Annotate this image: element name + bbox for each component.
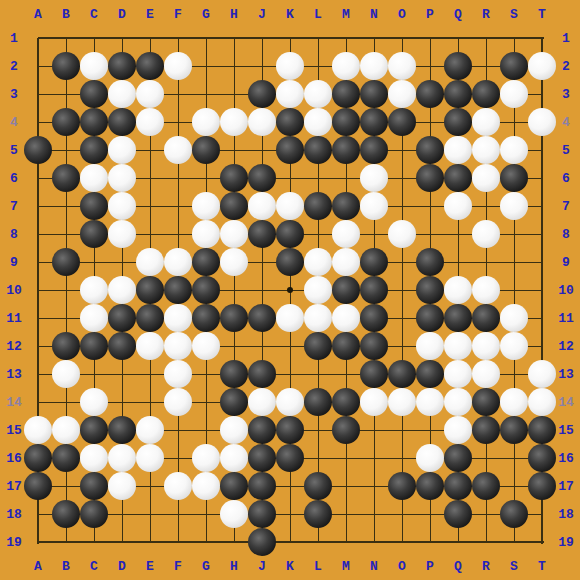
column-label-bottom: M (342, 559, 350, 574)
black-stone-B18[interactable] (52, 500, 80, 528)
white-stone-E16[interactable] (136, 444, 164, 472)
black-stone-L12[interactable] (304, 332, 332, 360)
white-stone-C6[interactable] (80, 164, 108, 192)
white-stone-P12[interactable] (416, 332, 444, 360)
white-stone-F17[interactable] (164, 472, 192, 500)
white-stone-H16[interactable] (220, 444, 248, 472)
white-stone-D7[interactable] (108, 192, 136, 220)
black-stone-N4[interactable] (360, 108, 388, 136)
black-stone-H17[interactable] (220, 472, 248, 500)
row-label-left: 13 (6, 367, 22, 382)
white-stone-R10[interactable] (472, 276, 500, 304)
black-stone-N12[interactable] (360, 332, 388, 360)
row-label-left: 1 (10, 31, 18, 46)
black-stone-P9[interactable] (416, 248, 444, 276)
black-stone-D11[interactable] (108, 304, 136, 332)
row-label-left: 14 (6, 395, 22, 410)
white-stone-G17[interactable] (192, 472, 220, 500)
row-label-right: 17 (558, 479, 574, 494)
black-stone-C5[interactable] (80, 136, 108, 164)
row-label-left: 17 (6, 479, 22, 494)
white-stone-Q5[interactable] (444, 136, 472, 164)
row-label-right: 2 (562, 59, 570, 74)
black-stone-J15[interactable] (248, 416, 276, 444)
black-stone-O17[interactable] (388, 472, 416, 500)
white-stone-E3[interactable] (136, 80, 164, 108)
white-stone-E15[interactable] (136, 416, 164, 444)
black-stone-C8[interactable] (80, 220, 108, 248)
row-label-left: 7 (10, 199, 18, 214)
white-stone-D16[interactable] (108, 444, 136, 472)
white-stone-R13[interactable] (472, 360, 500, 388)
white-stone-H4[interactable] (220, 108, 248, 136)
black-stone-N10[interactable] (360, 276, 388, 304)
black-stone-D2[interactable] (108, 52, 136, 80)
go-board[interactable]: AABBCCDDEEFFGGHHJJKKLLMMNNOOPPQQRRSSTT11… (0, 0, 580, 580)
grid-line-horizontal (38, 541, 544, 543)
white-stone-T13[interactable] (528, 360, 556, 388)
white-stone-J4[interactable] (248, 108, 276, 136)
white-stone-S11[interactable] (500, 304, 528, 332)
row-label-right: 3 (562, 87, 570, 102)
row-label-left: 8 (10, 227, 18, 242)
black-stone-L18[interactable] (304, 500, 332, 528)
black-stone-P6[interactable] (416, 164, 444, 192)
white-stone-K11[interactable] (276, 304, 304, 332)
row-label-left: 15 (6, 423, 22, 438)
white-stone-Q7[interactable] (444, 192, 472, 220)
black-stone-C18[interactable] (80, 500, 108, 528)
column-label-bottom: A (34, 559, 42, 574)
white-stone-G7[interactable] (192, 192, 220, 220)
white-stone-R8[interactable] (472, 220, 500, 248)
black-stone-J18[interactable] (248, 500, 276, 528)
black-stone-C17[interactable] (80, 472, 108, 500)
column-label-bottom: T (538, 559, 546, 574)
column-label-bottom: S (510, 559, 518, 574)
column-label-bottom: J (258, 559, 266, 574)
black-stone-Q17[interactable] (444, 472, 472, 500)
black-stone-A5[interactable] (24, 136, 52, 164)
black-stone-P5[interactable] (416, 136, 444, 164)
black-stone-R15[interactable] (472, 416, 500, 444)
row-label-right: 19 (558, 535, 574, 550)
black-stone-J3[interactable] (248, 80, 276, 108)
white-stone-K7[interactable] (276, 192, 304, 220)
black-stone-S2[interactable] (500, 52, 528, 80)
white-stone-M11[interactable] (332, 304, 360, 332)
white-stone-F5[interactable] (164, 136, 192, 164)
column-label-bottom: D (118, 559, 126, 574)
black-stone-C12[interactable] (80, 332, 108, 360)
black-stone-K9[interactable] (276, 248, 304, 276)
white-stone-Q12[interactable] (444, 332, 472, 360)
row-label-left: 16 (6, 451, 22, 466)
column-label-top: T (538, 7, 546, 22)
black-stone-A16[interactable] (24, 444, 52, 472)
white-stone-F12[interactable] (164, 332, 192, 360)
black-stone-N9[interactable] (360, 248, 388, 276)
white-stone-R6[interactable] (472, 164, 500, 192)
white-stone-K2[interactable] (276, 52, 304, 80)
white-stone-H15[interactable] (220, 416, 248, 444)
black-stone-P13[interactable] (416, 360, 444, 388)
black-stone-H13[interactable] (220, 360, 248, 388)
black-stone-C3[interactable] (80, 80, 108, 108)
black-stone-H14[interactable] (220, 388, 248, 416)
white-stone-L3[interactable] (304, 80, 332, 108)
black-stone-K8[interactable] (276, 220, 304, 248)
black-stone-J8[interactable] (248, 220, 276, 248)
column-label-bottom: N (370, 559, 378, 574)
row-label-left: 19 (6, 535, 22, 550)
row-label-right: 9 (562, 255, 570, 270)
black-stone-L17[interactable] (304, 472, 332, 500)
black-stone-Q6[interactable] (444, 164, 472, 192)
black-stone-C7[interactable] (80, 192, 108, 220)
black-stone-R14[interactable] (472, 388, 500, 416)
black-stone-E11[interactable] (136, 304, 164, 332)
black-stone-M4[interactable] (332, 108, 360, 136)
row-label-right: 7 (562, 199, 570, 214)
black-stone-Q16[interactable] (444, 444, 472, 472)
row-label-left: 10 (6, 283, 22, 298)
black-stone-N13[interactable] (360, 360, 388, 388)
white-stone-S14[interactable] (500, 388, 528, 416)
hoshi-point (287, 287, 293, 293)
column-label-bottom: Q (454, 559, 462, 574)
row-label-left: 9 (10, 255, 18, 270)
column-label-bottom: B (62, 559, 70, 574)
black-stone-T15[interactable] (528, 416, 556, 444)
white-stone-E9[interactable] (136, 248, 164, 276)
black-stone-K16[interactable] (276, 444, 304, 472)
white-stone-S5[interactable] (500, 136, 528, 164)
white-stone-E4[interactable] (136, 108, 164, 136)
column-label-bottom: G (202, 559, 210, 574)
column-label-top: H (230, 7, 238, 22)
white-stone-F14[interactable] (164, 388, 192, 416)
black-stone-P10[interactable] (416, 276, 444, 304)
black-stone-L7[interactable] (304, 192, 332, 220)
white-stone-D6[interactable] (108, 164, 136, 192)
black-stone-P3[interactable] (416, 80, 444, 108)
column-label-top: G (202, 7, 210, 22)
white-stone-Q15[interactable] (444, 416, 472, 444)
white-stone-F11[interactable] (164, 304, 192, 332)
column-label-top: F (174, 7, 182, 22)
row-label-left: 4 (10, 115, 18, 130)
column-label-bottom: F (174, 559, 182, 574)
black-stone-J19[interactable] (248, 528, 276, 556)
white-stone-G4[interactable] (192, 108, 220, 136)
black-stone-P17[interactable] (416, 472, 444, 500)
black-stone-K15[interactable] (276, 416, 304, 444)
row-label-left: 12 (6, 339, 22, 354)
black-stone-R3[interactable] (472, 80, 500, 108)
black-stone-H6[interactable] (220, 164, 248, 192)
white-stone-T14[interactable] (528, 388, 556, 416)
black-stone-M7[interactable] (332, 192, 360, 220)
black-stone-Q11[interactable] (444, 304, 472, 332)
white-stone-P14[interactable] (416, 388, 444, 416)
black-stone-L5[interactable] (304, 136, 332, 164)
white-stone-L11[interactable] (304, 304, 332, 332)
white-stone-T4[interactable] (528, 108, 556, 136)
column-label-top: D (118, 7, 126, 22)
black-stone-L14[interactable] (304, 388, 332, 416)
black-stone-H11[interactable] (220, 304, 248, 332)
white-stone-R12[interactable] (472, 332, 500, 360)
black-stone-Q18[interactable] (444, 500, 472, 528)
black-stone-T16[interactable] (528, 444, 556, 472)
column-label-bottom: C (90, 559, 98, 574)
row-label-right: 12 (558, 339, 574, 354)
black-stone-B12[interactable] (52, 332, 80, 360)
black-stone-B6[interactable] (52, 164, 80, 192)
white-stone-O2[interactable] (388, 52, 416, 80)
white-stone-F9[interactable] (164, 248, 192, 276)
row-label-left: 2 (10, 59, 18, 74)
column-label-bottom: R (482, 559, 490, 574)
black-stone-J6[interactable] (248, 164, 276, 192)
row-label-right: 6 (562, 171, 570, 186)
row-label-left: 5 (10, 143, 18, 158)
black-stone-F10[interactable] (164, 276, 192, 304)
black-stone-C4[interactable] (80, 108, 108, 136)
white-stone-J14[interactable] (248, 388, 276, 416)
black-stone-J11[interactable] (248, 304, 276, 332)
white-stone-C14[interactable] (80, 388, 108, 416)
column-label-top: C (90, 7, 98, 22)
column-label-top: S (510, 7, 518, 22)
white-stone-N14[interactable] (360, 388, 388, 416)
row-label-right: 5 (562, 143, 570, 158)
black-stone-B9[interactable] (52, 248, 80, 276)
black-stone-O13[interactable] (388, 360, 416, 388)
white-stone-D10[interactable] (108, 276, 136, 304)
white-stone-G16[interactable] (192, 444, 220, 472)
white-stone-N2[interactable] (360, 52, 388, 80)
row-label-right: 15 (558, 423, 574, 438)
grid-line-vertical (514, 38, 515, 543)
black-stone-T17[interactable] (528, 472, 556, 500)
row-label-right: 13 (558, 367, 574, 382)
white-stone-F2[interactable] (164, 52, 192, 80)
white-stone-H18[interactable] (220, 500, 248, 528)
white-stone-B15[interactable] (52, 416, 80, 444)
column-label-bottom: H (230, 559, 238, 574)
white-stone-K14[interactable] (276, 388, 304, 416)
row-label-right: 8 (562, 227, 570, 242)
black-stone-J17[interactable] (248, 472, 276, 500)
white-stone-S3[interactable] (500, 80, 528, 108)
black-stone-M15[interactable] (332, 416, 360, 444)
black-stone-R11[interactable] (472, 304, 500, 332)
column-label-top: E (146, 7, 154, 22)
white-stone-H8[interactable] (220, 220, 248, 248)
black-stone-N3[interactable] (360, 80, 388, 108)
white-stone-P16[interactable] (416, 444, 444, 472)
grid-line-horizontal (38, 37, 544, 39)
column-label-bottom: L (314, 559, 322, 574)
row-label-right: 10 (558, 283, 574, 298)
black-stone-G9[interactable] (192, 248, 220, 276)
white-stone-C16[interactable] (80, 444, 108, 472)
row-label-right: 11 (558, 311, 574, 326)
row-label-right: 16 (558, 451, 574, 466)
black-stone-J16[interactable] (248, 444, 276, 472)
black-stone-G11[interactable] (192, 304, 220, 332)
black-stone-B4[interactable] (52, 108, 80, 136)
row-label-left: 6 (10, 171, 18, 186)
white-stone-E12[interactable] (136, 332, 164, 360)
white-stone-L4[interactable] (304, 108, 332, 136)
column-label-bottom: P (426, 559, 434, 574)
row-label-right: 4 (562, 115, 570, 130)
black-stone-Q2[interactable] (444, 52, 472, 80)
black-stone-R17[interactable] (472, 472, 500, 500)
white-stone-Q13[interactable] (444, 360, 472, 388)
black-stone-M5[interactable] (332, 136, 360, 164)
black-stone-M10[interactable] (332, 276, 360, 304)
white-stone-M8[interactable] (332, 220, 360, 248)
black-stone-S18[interactable] (500, 500, 528, 528)
black-stone-M12[interactable] (332, 332, 360, 360)
white-stone-C11[interactable] (80, 304, 108, 332)
white-stone-L9[interactable] (304, 248, 332, 276)
black-stone-O4[interactable] (388, 108, 416, 136)
column-label-bottom: E (146, 559, 154, 574)
column-label-top: N (370, 7, 378, 22)
white-stone-S7[interactable] (500, 192, 528, 220)
column-label-bottom: O (398, 559, 406, 574)
black-stone-N5[interactable] (360, 136, 388, 164)
column-label-top: O (398, 7, 406, 22)
column-label-bottom: K (286, 559, 294, 574)
black-stone-S15[interactable] (500, 416, 528, 444)
black-stone-B2[interactable] (52, 52, 80, 80)
black-stone-E10[interactable] (136, 276, 164, 304)
black-stone-Q4[interactable] (444, 108, 472, 136)
white-stone-M9[interactable] (332, 248, 360, 276)
white-stone-D8[interactable] (108, 220, 136, 248)
column-label-top: M (342, 7, 350, 22)
column-label-top: Q (454, 7, 462, 22)
black-stone-S6[interactable] (500, 164, 528, 192)
white-stone-H9[interactable] (220, 248, 248, 276)
black-stone-D12[interactable] (108, 332, 136, 360)
white-stone-G12[interactable] (192, 332, 220, 360)
white-stone-J7[interactable] (248, 192, 276, 220)
white-stone-D5[interactable] (108, 136, 136, 164)
black-stone-H7[interactable] (220, 192, 248, 220)
column-label-top: K (286, 7, 294, 22)
white-stone-K3[interactable] (276, 80, 304, 108)
white-stone-C10[interactable] (80, 276, 108, 304)
white-stone-O8[interactable] (388, 220, 416, 248)
white-stone-G8[interactable] (192, 220, 220, 248)
column-label-top: R (482, 7, 490, 22)
black-stone-J13[interactable] (248, 360, 276, 388)
black-stone-Q3[interactable] (444, 80, 472, 108)
black-stone-A17[interactable] (24, 472, 52, 500)
white-stone-B13[interactable] (52, 360, 80, 388)
black-stone-C15[interactable] (80, 416, 108, 444)
white-stone-A15[interactable] (24, 416, 52, 444)
white-stone-D17[interactable] (108, 472, 136, 500)
white-stone-R4[interactable] (472, 108, 500, 136)
white-stone-O3[interactable] (388, 80, 416, 108)
black-stone-M14[interactable] (332, 388, 360, 416)
go-game-screenshot: { "game": "go", "board": { "size": 19, "… (0, 0, 580, 580)
row-label-right: 18 (558, 507, 574, 522)
white-stone-D3[interactable] (108, 80, 136, 108)
black-stone-D4[interactable] (108, 108, 136, 136)
white-stone-T2[interactable] (528, 52, 556, 80)
column-label-top: P (426, 7, 434, 22)
column-label-top: L (314, 7, 322, 22)
black-stone-P11[interactable] (416, 304, 444, 332)
black-stone-G10[interactable] (192, 276, 220, 304)
black-stone-K4[interactable] (276, 108, 304, 136)
row-label-left: 3 (10, 87, 18, 102)
black-stone-B16[interactable] (52, 444, 80, 472)
row-label-left: 18 (6, 507, 22, 522)
row-label-left: 11 (6, 311, 22, 326)
black-stone-E2[interactable] (136, 52, 164, 80)
white-stone-F13[interactable] (164, 360, 192, 388)
black-stone-K5[interactable] (276, 136, 304, 164)
black-stone-D15[interactable] (108, 416, 136, 444)
column-label-top: A (34, 7, 42, 22)
white-stone-R5[interactable] (472, 136, 500, 164)
black-stone-M3[interactable] (332, 80, 360, 108)
white-stone-O14[interactable] (388, 388, 416, 416)
white-stone-C2[interactable] (80, 52, 108, 80)
column-label-top: B (62, 7, 70, 22)
row-label-right: 1 (562, 31, 570, 46)
white-stone-N6[interactable] (360, 164, 388, 192)
column-label-top: J (258, 7, 266, 22)
black-stone-G5[interactable] (192, 136, 220, 164)
row-label-right: 14 (558, 395, 574, 410)
white-stone-S12[interactable] (500, 332, 528, 360)
white-stone-M2[interactable] (332, 52, 360, 80)
black-stone-N11[interactable] (360, 304, 388, 332)
white-stone-L10[interactable] (304, 276, 332, 304)
white-stone-Q14[interactable] (444, 388, 472, 416)
white-stone-N7[interactable] (360, 192, 388, 220)
white-stone-Q10[interactable] (444, 276, 472, 304)
